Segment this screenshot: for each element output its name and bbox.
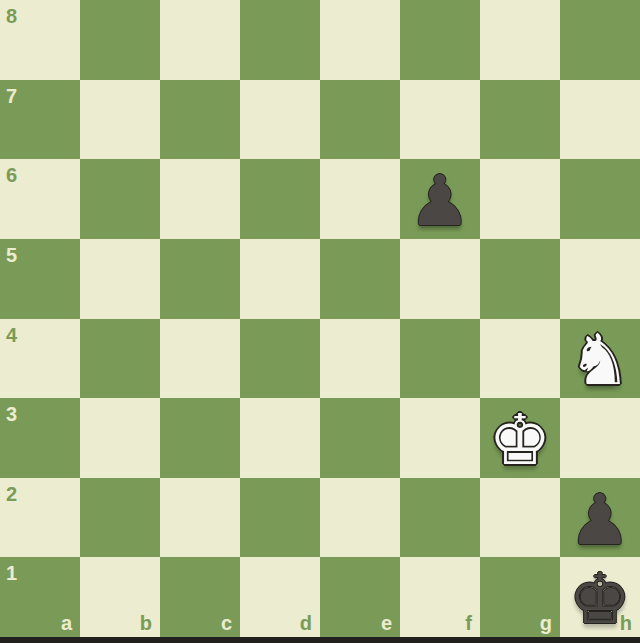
rank-label-7: 7 xyxy=(6,86,17,106)
file-label-b: b xyxy=(140,613,152,633)
square-g2[interactable] xyxy=(480,478,560,558)
rank-label-8: 8 xyxy=(6,6,17,26)
square-d5[interactable] xyxy=(240,239,320,319)
square-d6[interactable] xyxy=(240,159,320,239)
square-c3[interactable] xyxy=(160,398,240,478)
square-e4[interactable] xyxy=(320,319,400,399)
rank-label-1: 1 xyxy=(6,563,17,583)
square-g8[interactable] xyxy=(480,0,560,80)
square-c6[interactable] xyxy=(160,159,240,239)
square-f2[interactable] xyxy=(400,478,480,558)
square-g1[interactable]: g xyxy=(480,557,560,637)
square-c2[interactable] xyxy=(160,478,240,558)
square-d2[interactable] xyxy=(240,478,320,558)
square-g5[interactable] xyxy=(480,239,560,319)
square-f8[interactable] xyxy=(400,0,480,80)
square-e1[interactable]: e xyxy=(320,557,400,637)
chess-board: 876♟54♞3♚2♟1abcdefgh♚ xyxy=(0,0,640,637)
bottom-bar xyxy=(0,637,640,643)
rank-label-6: 6 xyxy=(6,165,17,185)
square-c5[interactable] xyxy=(160,239,240,319)
rank-label-3: 3 xyxy=(6,404,17,424)
white-knight[interactable]: ♞ xyxy=(569,325,632,395)
square-a8[interactable]: 8 xyxy=(0,0,80,80)
square-e2[interactable] xyxy=(320,478,400,558)
rank-label-5: 5 xyxy=(6,245,17,265)
file-label-a: a xyxy=(61,613,72,633)
square-h7[interactable] xyxy=(560,80,640,160)
square-d3[interactable] xyxy=(240,398,320,478)
square-a7[interactable]: 7 xyxy=(0,80,80,160)
chess-app: 876♟54♞3♚2♟1abcdefgh♚ xyxy=(0,0,640,643)
square-d1[interactable]: d xyxy=(240,557,320,637)
square-f5[interactable] xyxy=(400,239,480,319)
square-d7[interactable] xyxy=(240,80,320,160)
square-e8[interactable] xyxy=(320,0,400,80)
square-c1[interactable]: c xyxy=(160,557,240,637)
square-e7[interactable] xyxy=(320,80,400,160)
square-c4[interactable] xyxy=(160,319,240,399)
square-a2[interactable]: 2 xyxy=(0,478,80,558)
file-label-d: d xyxy=(300,613,312,633)
file-label-e: e xyxy=(381,613,392,633)
square-b5[interactable] xyxy=(80,239,160,319)
rank-label-4: 4 xyxy=(6,325,17,345)
square-g6[interactable] xyxy=(480,159,560,239)
square-a5[interactable]: 5 xyxy=(0,239,80,319)
square-d4[interactable] xyxy=(240,319,320,399)
square-f4[interactable] xyxy=(400,319,480,399)
square-e6[interactable] xyxy=(320,159,400,239)
square-d8[interactable] xyxy=(240,0,320,80)
black-pawn[interactable]: ♟ xyxy=(409,166,472,236)
square-b8[interactable] xyxy=(80,0,160,80)
square-e3[interactable] xyxy=(320,398,400,478)
square-b2[interactable] xyxy=(80,478,160,558)
square-h6[interactable] xyxy=(560,159,640,239)
square-h1[interactable]: h♚ xyxy=(560,557,640,637)
black-pawn[interactable]: ♟ xyxy=(569,485,632,555)
square-c7[interactable] xyxy=(160,80,240,160)
square-h5[interactable] xyxy=(560,239,640,319)
square-g3[interactable]: ♚ xyxy=(480,398,560,478)
file-label-c: c xyxy=(221,613,232,633)
square-a6[interactable]: 6 xyxy=(0,159,80,239)
square-h2[interactable]: ♟ xyxy=(560,478,640,558)
black-king[interactable]: ♚ xyxy=(569,564,632,634)
file-label-g: g xyxy=(540,613,552,633)
square-g7[interactable] xyxy=(480,80,560,160)
file-label-f: f xyxy=(465,613,472,633)
square-a3[interactable]: 3 xyxy=(0,398,80,478)
square-h8[interactable] xyxy=(560,0,640,80)
square-a1[interactable]: 1a xyxy=(0,557,80,637)
square-b7[interactable] xyxy=(80,80,160,160)
square-b3[interactable] xyxy=(80,398,160,478)
rank-label-2: 2 xyxy=(6,484,17,504)
square-f6[interactable]: ♟ xyxy=(400,159,480,239)
square-h3[interactable] xyxy=(560,398,640,478)
white-king[interactable]: ♚ xyxy=(489,405,552,475)
square-b4[interactable] xyxy=(80,319,160,399)
square-g4[interactable] xyxy=(480,319,560,399)
square-c8[interactable] xyxy=(160,0,240,80)
square-a4[interactable]: 4 xyxy=(0,319,80,399)
square-h4[interactable]: ♞ xyxy=(560,319,640,399)
square-b1[interactable]: b xyxy=(80,557,160,637)
square-f3[interactable] xyxy=(400,398,480,478)
square-e5[interactable] xyxy=(320,239,400,319)
square-f7[interactable] xyxy=(400,80,480,160)
square-b6[interactable] xyxy=(80,159,160,239)
square-f1[interactable]: f xyxy=(400,557,480,637)
